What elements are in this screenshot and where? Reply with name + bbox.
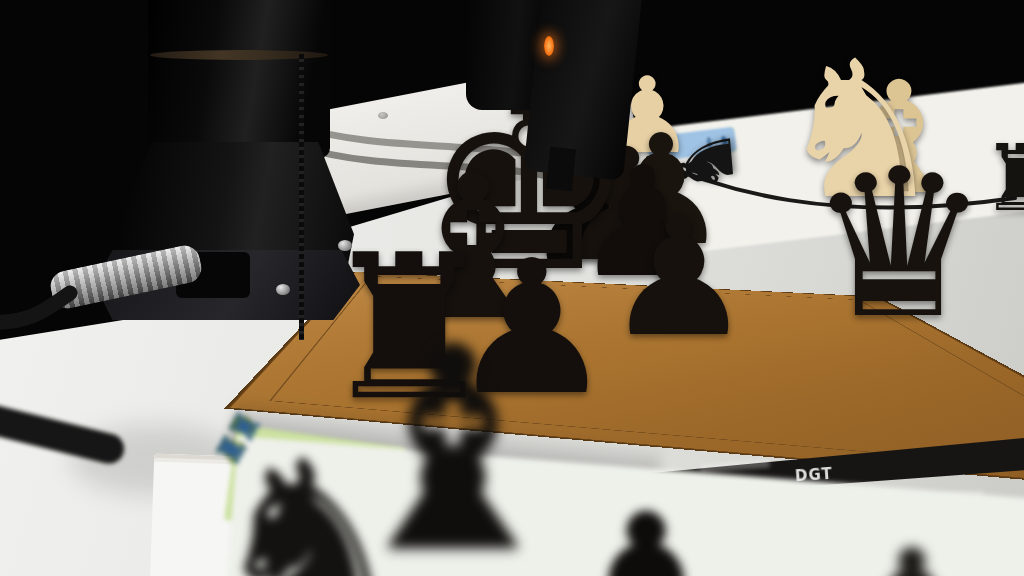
gripper-arm-right [523, 0, 642, 181]
card-chip: ♝ ♞ [647, 127, 737, 163]
gripper-link [546, 147, 576, 191]
robot-chess-scene: ♞ ♟♝ ♟♜ ♟♛ ♞♜ ♝♞ ♟♜ ♜♝ ♟♜ ♝♞ ♜♜ ♜♝ ♞ DGT… [0, 0, 1024, 576]
bolt [338, 240, 352, 251]
gripper-status-light [544, 36, 554, 56]
panel-screw [378, 112, 388, 119]
bolt [276, 284, 290, 295]
spring-rod [299, 54, 304, 340]
